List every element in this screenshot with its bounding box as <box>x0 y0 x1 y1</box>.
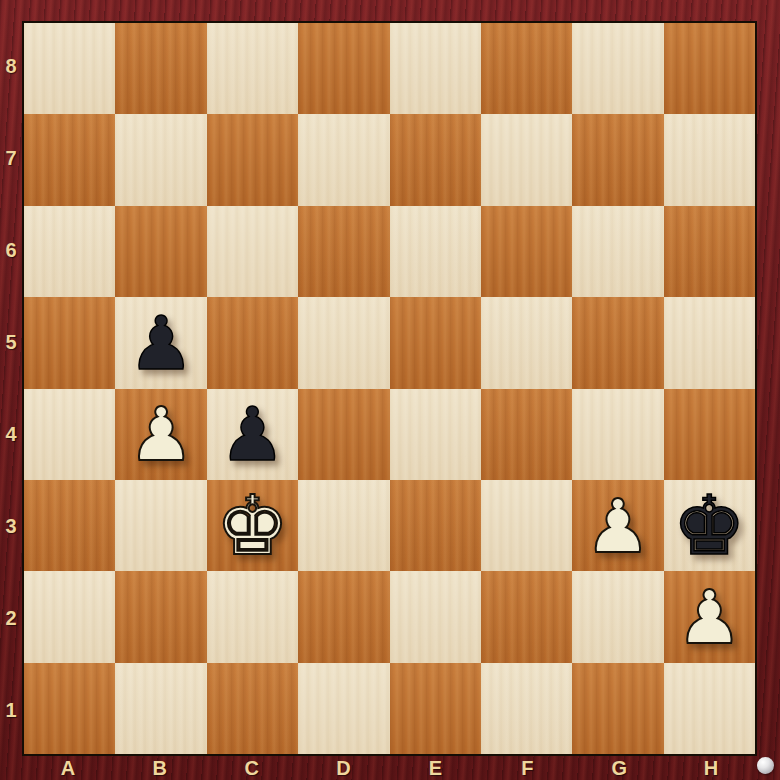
square-e2[interactable] <box>390 571 481 662</box>
white-to-move-indicator <box>757 757 774 774</box>
rank-label-8: 8 <box>0 21 22 113</box>
piece-white-king[interactable]: ♚ <box>216 485 290 567</box>
square-c1[interactable] <box>207 663 298 754</box>
square-f5[interactable] <box>481 297 572 388</box>
square-a7[interactable] <box>24 114 115 205</box>
file-label-h: H <box>665 756 757 780</box>
file-labels: ABCDEFGH <box>22 756 757 780</box>
square-g4[interactable] <box>572 389 663 480</box>
piece-white-pawn[interactable]: ♟ <box>128 397 194 471</box>
square-g5[interactable] <box>572 297 663 388</box>
square-h8[interactable] <box>664 23 755 114</box>
square-c3[interactable]: ♚ <box>207 480 298 571</box>
square-c7[interactable] <box>207 114 298 205</box>
file-label-d: D <box>298 756 390 780</box>
square-a8[interactable] <box>24 23 115 114</box>
square-g6[interactable] <box>572 206 663 297</box>
square-g8[interactable] <box>572 23 663 114</box>
square-g7[interactable] <box>572 114 663 205</box>
rank-label-2: 2 <box>0 572 22 664</box>
file-label-e: E <box>390 756 482 780</box>
file-label-f: F <box>481 756 573 780</box>
board-frame: 87654321 ♟♟♟♚♟♚♟ ABCDEFGH <box>0 0 780 780</box>
square-h3[interactable]: ♚ <box>664 480 755 571</box>
square-f2[interactable] <box>481 571 572 662</box>
square-h5[interactable] <box>664 297 755 388</box>
square-e7[interactable] <box>390 114 481 205</box>
file-label-b: B <box>114 756 206 780</box>
square-h2[interactable]: ♟ <box>664 571 755 662</box>
square-d8[interactable] <box>298 23 389 114</box>
square-g3[interactable]: ♟ <box>572 480 663 571</box>
square-a3[interactable] <box>24 480 115 571</box>
square-h4[interactable] <box>664 389 755 480</box>
rank-label-4: 4 <box>0 389 22 481</box>
square-d3[interactable] <box>298 480 389 571</box>
square-g1[interactable] <box>572 663 663 754</box>
square-b4[interactable]: ♟ <box>115 389 206 480</box>
file-label-a: A <box>22 756 114 780</box>
square-e5[interactable] <box>390 297 481 388</box>
piece-black-pawn[interactable]: ♟ <box>219 397 285 471</box>
chess-board: ♟♟♟♚♟♚♟ <box>22 21 757 756</box>
file-label-g: G <box>573 756 665 780</box>
square-a6[interactable] <box>24 206 115 297</box>
square-e4[interactable] <box>390 389 481 480</box>
square-h1[interactable] <box>664 663 755 754</box>
square-f6[interactable] <box>481 206 572 297</box>
rank-label-5: 5 <box>0 297 22 389</box>
square-c2[interactable] <box>207 571 298 662</box>
square-h6[interactable] <box>664 206 755 297</box>
square-d5[interactable] <box>298 297 389 388</box>
square-c4[interactable]: ♟ <box>207 389 298 480</box>
piece-black-pawn[interactable]: ♟ <box>128 306 194 380</box>
square-b3[interactable] <box>115 480 206 571</box>
square-e6[interactable] <box>390 206 481 297</box>
rank-label-1: 1 <box>0 664 22 756</box>
square-b5[interactable]: ♟ <box>115 297 206 388</box>
square-d2[interactable] <box>298 571 389 662</box>
file-label-c: C <box>206 756 298 780</box>
square-f4[interactable] <box>481 389 572 480</box>
rank-label-6: 6 <box>0 205 22 297</box>
square-c6[interactable] <box>207 206 298 297</box>
square-a5[interactable] <box>24 297 115 388</box>
square-f7[interactable] <box>481 114 572 205</box>
rank-label-3: 3 <box>0 480 22 572</box>
square-d6[interactable] <box>298 206 389 297</box>
square-c5[interactable] <box>207 297 298 388</box>
square-f1[interactable] <box>481 663 572 754</box>
square-e3[interactable] <box>390 480 481 571</box>
square-f3[interactable] <box>481 480 572 571</box>
square-d4[interactable] <box>298 389 389 480</box>
square-c8[interactable] <box>207 23 298 114</box>
square-a2[interactable] <box>24 571 115 662</box>
square-e1[interactable] <box>390 663 481 754</box>
square-f8[interactable] <box>481 23 572 114</box>
square-b1[interactable] <box>115 663 206 754</box>
square-g2[interactable] <box>572 571 663 662</box>
square-h7[interactable] <box>664 114 755 205</box>
square-b2[interactable] <box>115 571 206 662</box>
rank-label-7: 7 <box>0 113 22 205</box>
piece-black-king[interactable]: ♚ <box>673 485 747 567</box>
square-d1[interactable] <box>298 663 389 754</box>
square-e8[interactable] <box>390 23 481 114</box>
square-a4[interactable] <box>24 389 115 480</box>
rank-labels: 87654321 <box>0 21 22 756</box>
square-b8[interactable] <box>115 23 206 114</box>
piece-white-pawn[interactable]: ♟ <box>676 580 742 654</box>
square-a1[interactable] <box>24 663 115 754</box>
square-b7[interactable] <box>115 114 206 205</box>
piece-white-pawn[interactable]: ♟ <box>585 489 651 563</box>
square-b6[interactable] <box>115 206 206 297</box>
square-d7[interactable] <box>298 114 389 205</box>
